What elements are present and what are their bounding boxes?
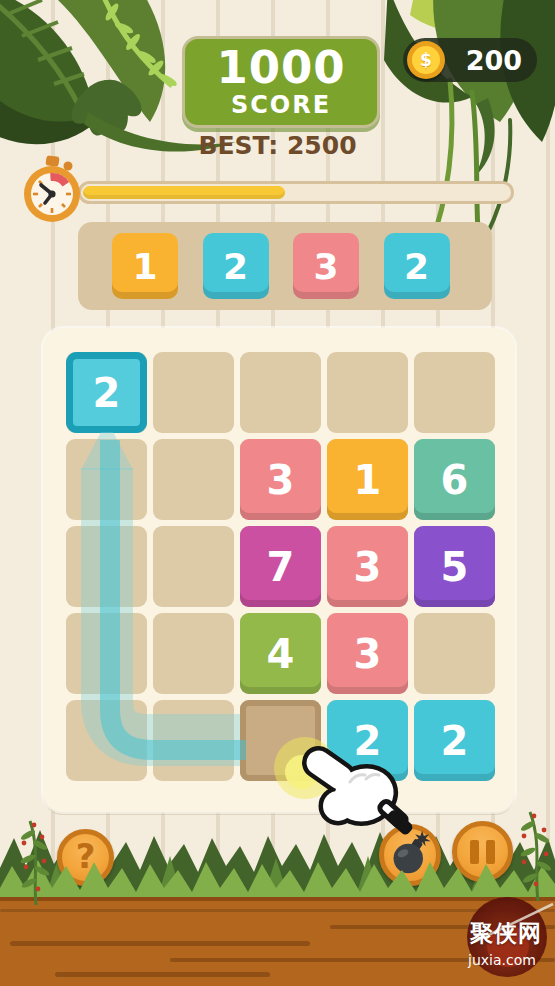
board-tile[interactable]: 7 <box>240 526 321 607</box>
board-cell[interactable]: 7 <box>240 526 321 607</box>
queue-tile[interactable]: 2 <box>384 233 450 299</box>
board-cell[interactable] <box>414 613 495 694</box>
board-tile[interactable]: 2 <box>327 700 408 781</box>
board-tile[interactable]: 5 <box>414 526 495 607</box>
timer-fill <box>83 186 285 199</box>
board-cell[interactable] <box>153 526 234 607</box>
game-board: 23167354322 <box>43 328 515 812</box>
board-cell[interactable] <box>153 439 234 520</box>
stopwatch-icon <box>16 152 88 228</box>
bomb-button[interactable] <box>379 824 441 886</box>
board-tile[interactable]: 3 <box>327 613 408 694</box>
board-cell[interactable] <box>66 526 147 607</box>
board-tile[interactable]: 4 <box>240 613 321 694</box>
game-screen: 1000 SCORE $ 200 BEST: 2500 1232 <box>0 0 555 986</box>
board-cell[interactable] <box>66 613 147 694</box>
board-cell[interactable] <box>240 352 321 433</box>
queue-tile[interactable]: 3 <box>293 233 359 299</box>
board-cell[interactable]: 2 <box>66 352 147 433</box>
question-mark-icon: ? <box>76 836 96 876</box>
board-cell[interactable]: 5 <box>414 526 495 607</box>
dollar-sign: $ <box>412 46 440 74</box>
watermark-name: 聚侠网 <box>458 918 554 949</box>
board-cell[interactable] <box>327 352 408 433</box>
help-button[interactable]: ? <box>57 829 114 886</box>
board-tile[interactable]: 2 <box>414 700 495 781</box>
score-label: SCORE <box>231 91 331 119</box>
bomb-icon <box>384 829 436 881</box>
board-cell[interactable] <box>153 613 234 694</box>
pause-icon <box>470 840 495 864</box>
board-cell[interactable]: 3 <box>240 439 321 520</box>
board-cell[interactable] <box>153 700 234 781</box>
coin-icon: $ <box>407 41 445 79</box>
next-tiles-tray: 1232 <box>78 222 492 310</box>
board-tile[interactable]: 1 <box>327 439 408 520</box>
board-cell[interactable]: 1 <box>327 439 408 520</box>
score-panel: 1000 SCORE <box>182 36 380 128</box>
board-tile[interactable]: 6 <box>414 439 495 520</box>
board-cell[interactable] <box>66 700 147 781</box>
watermark-url: juxia.com <box>452 952 552 968</box>
board-cell[interactable] <box>153 352 234 433</box>
score-value: 1000 <box>216 45 345 90</box>
board-tile[interactable]: 3 <box>327 526 408 607</box>
board-cell[interactable]: 3 <box>327 526 408 607</box>
coin-counter: $ 200 <box>403 38 537 82</box>
selected-tile[interactable]: 2 <box>66 352 147 433</box>
board-cell[interactable]: 2 <box>414 700 495 781</box>
board-cell[interactable]: 6 <box>414 439 495 520</box>
board-grid: 23167354322 <box>66 352 495 781</box>
timer-bar <box>78 181 514 204</box>
board-tile[interactable]: 3 <box>240 439 321 520</box>
pause-button[interactable] <box>452 821 513 882</box>
board-cell[interactable] <box>66 439 147 520</box>
board-cell[interactable]: 4 <box>240 613 321 694</box>
board-cell[interactable]: 2 <box>327 700 408 781</box>
board-cell[interactable] <box>414 352 495 433</box>
coin-count: 200 <box>445 45 537 76</box>
queue-tile[interactable]: 2 <box>203 233 269 299</box>
target-cell[interactable] <box>240 700 321 781</box>
queue-tile[interactable]: 1 <box>112 233 178 299</box>
board-cell[interactable]: 3 <box>327 613 408 694</box>
